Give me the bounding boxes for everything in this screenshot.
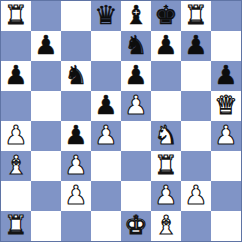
square-b7[interactable]: ♟: [31, 31, 61, 61]
square-f3[interactable]: ♜: [151, 151, 181, 181]
piece-black-pawn[interactable]: ♟: [184, 31, 207, 60]
square-d8[interactable]: ♛: [91, 1, 121, 31]
square-f4[interactable]: ♞: [151, 121, 181, 151]
piece-white-pawn[interactable]: ♟: [64, 181, 87, 210]
square-e1[interactable]: ♚: [121, 211, 151, 241]
piece-white-rook[interactable]: ♜: [4, 1, 27, 30]
square-f5[interactable]: [151, 91, 181, 121]
piece-black-pawn[interactable]: ♟: [124, 61, 147, 90]
piece-black-queen[interactable]: ♛: [94, 1, 117, 30]
square-g1[interactable]: [181, 211, 211, 241]
piece-black-pawn[interactable]: ♟: [4, 61, 27, 90]
square-b6[interactable]: [31, 61, 61, 91]
piece-black-bishop[interactable]: ♝: [124, 1, 147, 30]
square-b4[interactable]: [31, 121, 61, 151]
square-g5[interactable]: [181, 91, 211, 121]
square-a1[interactable]: ♜: [1, 211, 31, 241]
square-c3[interactable]: ♟: [61, 151, 91, 181]
square-h2[interactable]: [211, 181, 241, 211]
square-h1[interactable]: [211, 211, 241, 241]
square-c1[interactable]: [61, 211, 91, 241]
piece-white-pawn[interactable]: ♟: [154, 181, 177, 210]
piece-white-rook[interactable]: ♜: [4, 211, 27, 240]
square-e4[interactable]: [121, 121, 151, 151]
square-d5[interactable]: ♟: [91, 91, 121, 121]
square-a7[interactable]: [1, 31, 31, 61]
piece-white-bishop[interactable]: ♝: [154, 211, 177, 240]
piece-white-pawn[interactable]: ♟: [4, 121, 27, 150]
square-c4[interactable]: ♟: [61, 121, 91, 151]
square-h7[interactable]: [211, 31, 241, 61]
piece-black-knight[interactable]: ♞: [64, 61, 87, 90]
piece-black-king[interactable]: ♚: [154, 1, 177, 30]
square-b1[interactable]: [31, 211, 61, 241]
square-b8[interactable]: [31, 1, 61, 31]
piece-black-pawn[interactable]: ♟: [214, 61, 237, 90]
piece-white-king[interactable]: ♚: [124, 211, 147, 240]
square-d7[interactable]: [91, 31, 121, 61]
square-d6[interactable]: [91, 61, 121, 91]
square-c8[interactable]: [61, 1, 91, 31]
square-g7[interactable]: ♟: [181, 31, 211, 61]
square-f7[interactable]: ♟: [151, 31, 181, 61]
square-c5[interactable]: [61, 91, 91, 121]
piece-white-pawn[interactable]: ♟: [214, 121, 237, 150]
square-g8[interactable]: ♜: [181, 1, 211, 31]
square-f8[interactable]: ♚: [151, 1, 181, 31]
piece-white-pawn[interactable]: ♟: [64, 151, 87, 180]
square-h5[interactable]: ♛: [211, 91, 241, 121]
square-d1[interactable]: [91, 211, 121, 241]
piece-white-knight[interactable]: ♞: [154, 121, 177, 150]
piece-white-queen[interactable]: ♛: [214, 91, 237, 120]
square-e7[interactable]: ♞: [121, 31, 151, 61]
square-b5[interactable]: [31, 91, 61, 121]
square-b2[interactable]: [31, 181, 61, 211]
square-h6[interactable]: ♟: [211, 61, 241, 91]
square-c7[interactable]: [61, 31, 91, 61]
square-d2[interactable]: [91, 181, 121, 211]
piece-black-pawn[interactable]: ♟: [154, 31, 177, 60]
square-g3[interactable]: [181, 151, 211, 181]
square-g2[interactable]: ♟: [181, 181, 211, 211]
square-a5[interactable]: [1, 91, 31, 121]
piece-white-rook[interactable]: ♜: [184, 1, 207, 30]
square-e2[interactable]: [121, 181, 151, 211]
square-a2[interactable]: [1, 181, 31, 211]
square-b3[interactable]: [31, 151, 61, 181]
piece-black-pawn[interactable]: ♟: [64, 121, 87, 150]
square-d3[interactable]: [91, 151, 121, 181]
square-h4[interactable]: ♟: [211, 121, 241, 151]
piece-white-pawn[interactable]: ♟: [94, 121, 117, 150]
square-f6[interactable]: [151, 61, 181, 91]
square-e6[interactable]: ♟: [121, 61, 151, 91]
piece-white-pawn[interactable]: ♟: [124, 91, 147, 120]
piece-black-pawn[interactable]: ♟: [34, 31, 57, 60]
square-g6[interactable]: [181, 61, 211, 91]
square-a6[interactable]: ♟: [1, 61, 31, 91]
square-c2[interactable]: ♟: [61, 181, 91, 211]
square-h8[interactable]: [211, 1, 241, 31]
piece-white-pawn[interactable]: ♟: [184, 181, 207, 210]
square-f1[interactable]: ♝: [151, 211, 181, 241]
square-h3[interactable]: [211, 151, 241, 181]
piece-white-rook[interactable]: ♜: [154, 151, 177, 180]
square-c6[interactable]: ♞: [61, 61, 91, 91]
square-a3[interactable]: ♝: [1, 151, 31, 181]
piece-black-knight[interactable]: ♞: [124, 31, 147, 60]
square-a4[interactable]: ♟: [1, 121, 31, 151]
square-a8[interactable]: ♜: [1, 1, 31, 31]
square-e5[interactable]: ♟: [121, 91, 151, 121]
square-g4[interactable]: [181, 121, 211, 151]
piece-black-pawn[interactable]: ♟: [94, 91, 117, 120]
square-e3[interactable]: [121, 151, 151, 181]
chess-board: ♜♛♝♚♜♟♞♟♟♟♞♟♟♟♟♛♟♟♟♞♟♝♟♜♟♟♟♜♚♝: [0, 0, 242, 242]
piece-white-bishop[interactable]: ♝: [4, 151, 27, 180]
square-f2[interactable]: ♟: [151, 181, 181, 211]
square-e8[interactable]: ♝: [121, 1, 151, 31]
square-d4[interactable]: ♟: [91, 121, 121, 151]
